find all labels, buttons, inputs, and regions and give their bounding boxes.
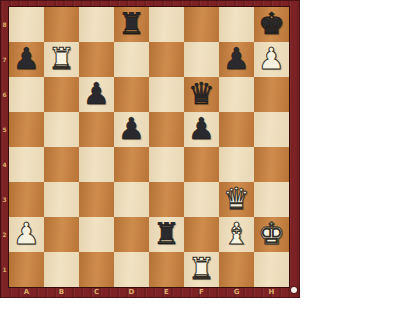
black-pawn-c6: ♟: [79, 77, 114, 112]
square-b7: ♜: [44, 42, 79, 77]
white-king-h2: ♚: [254, 217, 289, 252]
rank-label-5: 5: [0, 112, 9, 147]
square-f2: [184, 217, 219, 252]
rank-label-2: 2: [0, 217, 9, 252]
black-king-h8: ♚: [254, 7, 289, 42]
square-e2: ♜: [149, 217, 184, 252]
square-d2: [114, 217, 149, 252]
white-pawn-a2: ♟: [9, 217, 44, 252]
white-rook-b7: ♜: [44, 42, 79, 77]
square-h1: [254, 252, 289, 287]
file-label-a: A: [9, 286, 44, 298]
square-e6: [149, 77, 184, 112]
black-pawn-f5: ♟: [184, 112, 219, 147]
square-a2: ♟: [9, 217, 44, 252]
white-to-move-indicator: [291, 287, 297, 293]
square-b6: [44, 77, 79, 112]
square-h4: [254, 147, 289, 182]
square-g4: [219, 147, 254, 182]
square-b5: [44, 112, 79, 147]
square-a6: [9, 77, 44, 112]
square-d7: [114, 42, 149, 77]
square-b4: [44, 147, 79, 182]
square-g1: [219, 252, 254, 287]
file-label-b: B: [44, 286, 79, 298]
black-pawn-g7: ♟: [219, 42, 254, 77]
rank-label-7: 7: [0, 42, 9, 77]
square-f5: ♟: [184, 112, 219, 147]
file-label-g: G: [219, 286, 254, 298]
square-b1: [44, 252, 79, 287]
square-e3: [149, 182, 184, 217]
square-h2: ♚: [254, 217, 289, 252]
rank-label-3: 3: [0, 182, 9, 217]
file-label-h: H: [254, 286, 289, 298]
square-f3: [184, 182, 219, 217]
rank-label-6: 6: [0, 77, 9, 112]
square-g3: ♛: [219, 182, 254, 217]
square-h7: ♟: [254, 42, 289, 77]
square-a5: [9, 112, 44, 147]
square-g2: ♝: [219, 217, 254, 252]
square-a8: [9, 7, 44, 42]
file-label-e: E: [149, 286, 184, 298]
square-b2: [44, 217, 79, 252]
square-h6: [254, 77, 289, 112]
square-d3: [114, 182, 149, 217]
square-c6: ♟: [79, 77, 114, 112]
square-g7: ♟: [219, 42, 254, 77]
black-rook-e2: ♜: [149, 217, 184, 252]
chess-board-frame: ♜♚♟♜♟♟♟♛♟♟♛♟♜♝♚♜ 87654321 ABCDEFGH: [0, 0, 300, 298]
square-f8: [184, 7, 219, 42]
square-d8: ♜: [114, 7, 149, 42]
black-pawn-a7: ♟: [9, 42, 44, 77]
white-bishop-g2: ♝: [219, 217, 254, 252]
square-d5: ♟: [114, 112, 149, 147]
square-g8: [219, 7, 254, 42]
square-d6: [114, 77, 149, 112]
square-a1: [9, 252, 44, 287]
square-c4: [79, 147, 114, 182]
rank-label-8: 8: [0, 7, 9, 42]
square-f1: ♜: [184, 252, 219, 287]
square-e4: [149, 147, 184, 182]
black-pawn-d5: ♟: [114, 112, 149, 147]
square-e7: [149, 42, 184, 77]
rank-label-1: 1: [0, 252, 9, 287]
square-h3: [254, 182, 289, 217]
square-f7: [184, 42, 219, 77]
file-label-d: D: [114, 286, 149, 298]
square-a4: [9, 147, 44, 182]
square-g6: [219, 77, 254, 112]
square-h5: [254, 112, 289, 147]
square-a3: [9, 182, 44, 217]
square-e8: [149, 7, 184, 42]
rank-label-4: 4: [0, 147, 9, 182]
square-g5: [219, 112, 254, 147]
square-a7: ♟: [9, 42, 44, 77]
square-d4: [114, 147, 149, 182]
chess-board: ♜♚♟♜♟♟♟♛♟♟♛♟♜♝♚♜: [9, 7, 289, 287]
square-c2: [79, 217, 114, 252]
white-queen-g3: ♛: [219, 182, 254, 217]
square-b8: [44, 7, 79, 42]
square-c8: [79, 7, 114, 42]
white-rook-f1: ♜: [184, 252, 219, 287]
square-e1: [149, 252, 184, 287]
square-f4: [184, 147, 219, 182]
square-c5: [79, 112, 114, 147]
square-c7: [79, 42, 114, 77]
square-h8: ♚: [254, 7, 289, 42]
square-f6: ♛: [184, 77, 219, 112]
square-c3: [79, 182, 114, 217]
square-c1: [79, 252, 114, 287]
black-queen-f6: ♛: [184, 77, 219, 112]
white-pawn-h7: ♟: [254, 42, 289, 77]
file-label-f: F: [184, 286, 219, 298]
black-rook-d8: ♜: [114, 7, 149, 42]
square-d1: [114, 252, 149, 287]
file-label-c: C: [79, 286, 114, 298]
square-b3: [44, 182, 79, 217]
square-e5: [149, 112, 184, 147]
